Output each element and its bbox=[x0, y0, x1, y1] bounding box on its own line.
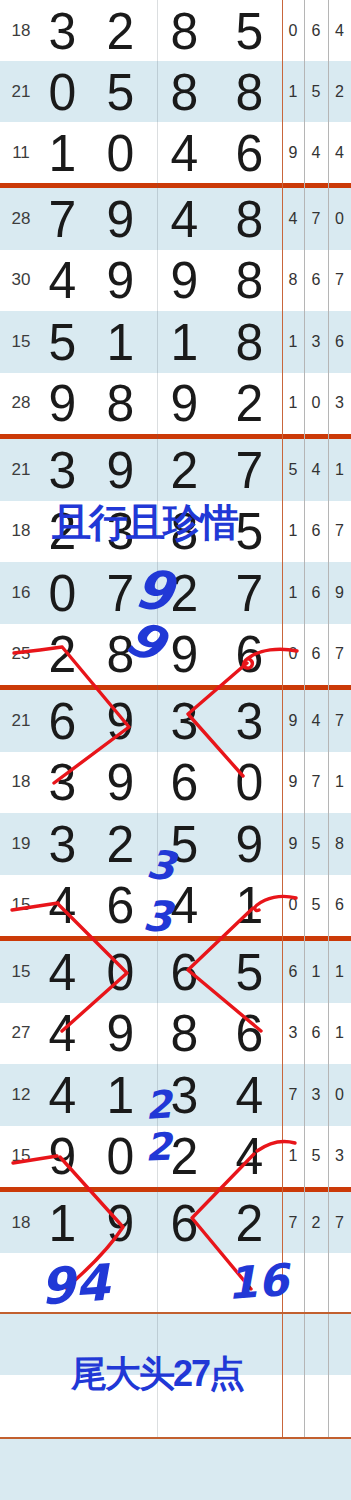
stat-cell: 6 bbox=[312, 645, 321, 663]
digit-cell: 4 bbox=[235, 1069, 263, 1121]
stat-cell: 7 bbox=[289, 1214, 298, 1232]
digit-cell: 8 bbox=[235, 254, 263, 306]
stat-cell: 2 bbox=[335, 83, 344, 101]
digit-cell: 7 bbox=[48, 193, 76, 245]
draw-row: 252896067 bbox=[0, 624, 351, 686]
stat-cell: 7 bbox=[335, 522, 344, 540]
digit-cell: 5 bbox=[235, 5, 263, 57]
draw-row: 287948470 bbox=[0, 188, 351, 250]
draw-rows-table: 1832850642105881521110469442879484703049… bbox=[0, 0, 351, 1312]
stat-cell: 4 bbox=[335, 22, 344, 40]
stat-cell: 6 bbox=[312, 271, 321, 289]
stat-cell: 4 bbox=[312, 461, 321, 479]
stat-cell: 9 bbox=[289, 144, 298, 162]
digit-cell: 9 bbox=[106, 193, 134, 245]
group-separator bbox=[0, 936, 351, 941]
draw-row: 182385167 bbox=[0, 501, 351, 563]
sum-cell: 18 bbox=[6, 21, 31, 41]
digit-cell: 2 bbox=[106, 818, 134, 870]
stat-cell: 6 bbox=[312, 22, 321, 40]
stat-cell: 7 bbox=[312, 773, 321, 791]
digit-cell: 8 bbox=[170, 1007, 198, 1059]
digit-cell: 5 bbox=[48, 316, 76, 368]
draw-row bbox=[0, 1253, 351, 1312]
draw-row: 274986361 bbox=[0, 1003, 351, 1065]
digit-cell: 1 bbox=[48, 1197, 76, 1249]
stat-cell: 0 bbox=[312, 394, 321, 412]
digit-cell: 8 bbox=[170, 66, 198, 118]
stat-cell: 1 bbox=[289, 584, 298, 602]
column-divider-orange bbox=[282, 0, 283, 1439]
digit-cell: 6 bbox=[170, 1197, 198, 1249]
digit-cell: 4 bbox=[48, 1069, 76, 1121]
stat-cell: 3 bbox=[312, 333, 321, 351]
digit-cell: 1 bbox=[235, 879, 263, 931]
sum-cell: 15 bbox=[6, 962, 31, 982]
stat-cell: 5 bbox=[289, 461, 298, 479]
digit-cell: 0 bbox=[48, 66, 76, 118]
stat-cell: 4 bbox=[312, 144, 321, 162]
stat-cell: 1 bbox=[335, 963, 344, 981]
stat-cell: 1 bbox=[289, 83, 298, 101]
digit-cell: 9 bbox=[106, 1007, 134, 1059]
stat-cell: 7 bbox=[335, 645, 344, 663]
sum-cell: 18 bbox=[6, 1213, 31, 1233]
stat-cell: 0 bbox=[335, 210, 344, 228]
digit-cell: 2 bbox=[106, 5, 134, 57]
stat-cell: 1 bbox=[289, 394, 298, 412]
digit-cell: 4 bbox=[235, 1130, 263, 1182]
group-separator bbox=[0, 183, 351, 188]
digit-cell: 2 bbox=[235, 1197, 263, 1249]
digit-cell: 9 bbox=[170, 377, 198, 429]
stat-cell: 3 bbox=[335, 1147, 344, 1165]
draw-row: 160727169 bbox=[0, 562, 351, 624]
digit-cell: 3 bbox=[48, 444, 76, 496]
draw-row: 111046944 bbox=[0, 122, 351, 183]
stat-cell: 7 bbox=[335, 271, 344, 289]
digit-cell: 0 bbox=[48, 567, 76, 619]
stat-cell: 5 bbox=[312, 83, 321, 101]
stat-cell: 5 bbox=[312, 835, 321, 853]
digit-cell: 7 bbox=[235, 444, 263, 496]
digit-cell: 2 bbox=[48, 505, 76, 557]
digit-cell: 7 bbox=[106, 567, 134, 619]
stat-cell: 1 bbox=[335, 1024, 344, 1042]
footer-separator-top bbox=[0, 1312, 351, 1314]
digit-cell: 6 bbox=[170, 946, 198, 998]
stat-cell: 6 bbox=[312, 584, 321, 602]
sum-cell: 15 bbox=[6, 895, 31, 915]
sum-cell: 28 bbox=[6, 209, 31, 229]
stat-cell: 6 bbox=[335, 333, 344, 351]
digit-cell: 2 bbox=[170, 1130, 198, 1182]
draw-row: 181962727 bbox=[0, 1192, 351, 1253]
stat-cell: 4 bbox=[289, 210, 298, 228]
digit-cell: 7 bbox=[235, 567, 263, 619]
digit-cell: 3 bbox=[235, 695, 263, 747]
digit-cell: 4 bbox=[170, 193, 198, 245]
digit-cell: 3 bbox=[48, 818, 76, 870]
draw-row: 154641056 bbox=[0, 875, 351, 937]
digit-cell: 1 bbox=[106, 316, 134, 368]
digit-cell: 3 bbox=[170, 1069, 198, 1121]
digit-cell: 5 bbox=[235, 946, 263, 998]
sum-cell: 15 bbox=[6, 332, 31, 352]
digit-cell: 8 bbox=[235, 193, 263, 245]
digit-cell: 8 bbox=[170, 505, 198, 557]
stat-cell: 4 bbox=[312, 712, 321, 730]
digit-cell: 9 bbox=[48, 377, 76, 429]
stat-cell: 5 bbox=[312, 896, 321, 914]
stat-cell: 9 bbox=[335, 584, 344, 602]
stat-cell: 3 bbox=[312, 1086, 321, 1104]
digit-cell: 9 bbox=[106, 695, 134, 747]
digit-cell: 2 bbox=[48, 628, 76, 680]
digit-cell: 6 bbox=[235, 628, 263, 680]
draw-row: 193259958 bbox=[0, 813, 351, 875]
column-divider-faint bbox=[157, 0, 158, 1439]
draw-row: 155118136 bbox=[0, 311, 351, 373]
digit-cell: 0 bbox=[106, 946, 134, 998]
stat-cell: 0 bbox=[289, 645, 298, 663]
footer-separator-bottom bbox=[0, 1437, 351, 1439]
group-separator bbox=[0, 1187, 351, 1192]
stat-cell: 9 bbox=[289, 773, 298, 791]
group-separator bbox=[0, 434, 351, 439]
draw-row: 210588152 bbox=[0, 61, 351, 122]
group-separator bbox=[0, 685, 351, 690]
sum-cell: 19 bbox=[6, 834, 31, 854]
digit-cell: 1 bbox=[170, 316, 198, 368]
digit-cell: 0 bbox=[106, 127, 134, 179]
stat-cell: 6 bbox=[335, 896, 344, 914]
stat-cell: 0 bbox=[289, 896, 298, 914]
stat-cell: 1 bbox=[289, 522, 298, 540]
digit-cell: 5 bbox=[235, 505, 263, 557]
stat-cell: 1 bbox=[335, 773, 344, 791]
sum-cell: 21 bbox=[6, 460, 31, 480]
draw-row: 213927541 bbox=[0, 439, 351, 501]
digit-cell: 8 bbox=[235, 316, 263, 368]
stat-cell: 0 bbox=[335, 1086, 344, 1104]
digit-cell: 8 bbox=[106, 377, 134, 429]
stat-cell: 6 bbox=[312, 522, 321, 540]
stat-cell: 1 bbox=[289, 333, 298, 351]
sum-cell: 16 bbox=[6, 583, 31, 603]
sum-cell: 21 bbox=[6, 711, 31, 731]
stat-cell: 1 bbox=[312, 963, 321, 981]
digit-cell: 5 bbox=[106, 66, 134, 118]
sum-cell: 15 bbox=[6, 1146, 31, 1166]
digit-cell: 1 bbox=[48, 127, 76, 179]
digit-cell: 2 bbox=[170, 444, 198, 496]
stat-cell: 6 bbox=[289, 963, 298, 981]
stat-cell: 5 bbox=[312, 1147, 321, 1165]
digit-cell: 9 bbox=[170, 254, 198, 306]
column-divider-gray-1 bbox=[304, 0, 305, 1439]
bottom-band-blue bbox=[0, 1439, 351, 1500]
sum-cell: 25 bbox=[6, 644, 31, 664]
stat-cell: 7 bbox=[289, 1086, 298, 1104]
sum-cell: 18 bbox=[6, 521, 31, 541]
column-divider-gray-2 bbox=[328, 0, 329, 1439]
draw-row: 216933947 bbox=[0, 690, 351, 752]
digit-cell: 9 bbox=[106, 756, 134, 808]
sum-cell: 27 bbox=[6, 1023, 31, 1043]
digit-cell: 4 bbox=[170, 127, 198, 179]
digit-cell: 9 bbox=[106, 1197, 134, 1249]
stat-cell: 2 bbox=[312, 1214, 321, 1232]
draw-row: 289892103 bbox=[0, 373, 351, 435]
digit-cell: 4 bbox=[48, 1007, 76, 1059]
stat-cell: 4 bbox=[335, 144, 344, 162]
sum-cell: 18 bbox=[6, 772, 31, 792]
sum-cell: 21 bbox=[6, 82, 31, 102]
sum-cell: 30 bbox=[6, 270, 31, 290]
footer-band-blue bbox=[0, 1314, 351, 1375]
stat-cell: 7 bbox=[312, 210, 321, 228]
digit-cell: 0 bbox=[106, 1130, 134, 1182]
sum-cell: 28 bbox=[6, 393, 31, 413]
stat-cell: 8 bbox=[335, 835, 344, 853]
stat-cell: 8 bbox=[289, 271, 298, 289]
digit-cell: 6 bbox=[48, 695, 76, 747]
stat-cell: 1 bbox=[289, 1147, 298, 1165]
footer-band-white bbox=[0, 1375, 351, 1437]
digit-cell: 6 bbox=[170, 756, 198, 808]
draw-row: 154065611 bbox=[0, 941, 351, 1003]
digit-cell: 6 bbox=[235, 127, 263, 179]
digit-cell: 4 bbox=[48, 946, 76, 998]
stat-cell: 7 bbox=[335, 1214, 344, 1232]
stat-cell: 7 bbox=[335, 712, 344, 730]
digit-cell: 6 bbox=[106, 879, 134, 931]
digit-cell: 8 bbox=[170, 5, 198, 57]
digit-cell: 3 bbox=[48, 756, 76, 808]
draw-row: 183285064 bbox=[0, 0, 351, 61]
sum-cell: 11 bbox=[6, 143, 30, 163]
draw-row: 159024153 bbox=[0, 1126, 351, 1188]
digit-cell: 5 bbox=[170, 818, 198, 870]
digit-cell: 9 bbox=[106, 254, 134, 306]
lottery-trend-chart: 1832850642105881521110469442879484703049… bbox=[0, 0, 351, 1500]
stat-cell: 9 bbox=[289, 835, 298, 853]
digit-cell: 9 bbox=[170, 628, 198, 680]
draw-row: 124134730 bbox=[0, 1064, 351, 1126]
digit-cell: 9 bbox=[235, 818, 263, 870]
digit-cell: 9 bbox=[106, 444, 134, 496]
digit-cell: 8 bbox=[106, 628, 134, 680]
stat-cell: 1 bbox=[335, 461, 344, 479]
draw-row: 304998867 bbox=[0, 250, 351, 312]
stat-cell: 9 bbox=[289, 712, 298, 730]
sum-cell: 12 bbox=[6, 1085, 31, 1105]
stat-cell: 3 bbox=[335, 394, 344, 412]
digit-cell: 6 bbox=[235, 1007, 263, 1059]
digit-cell: 1 bbox=[106, 1069, 134, 1121]
digit-cell: 9 bbox=[48, 1130, 76, 1182]
draw-row: 183960971 bbox=[0, 752, 351, 814]
digit-cell: 0 bbox=[235, 756, 263, 808]
digit-cell: 4 bbox=[48, 879, 76, 931]
digit-cell: 4 bbox=[170, 879, 198, 931]
digit-cell: 3 bbox=[106, 505, 134, 557]
digit-cell: 2 bbox=[170, 567, 198, 619]
stat-cell: 3 bbox=[289, 1024, 298, 1042]
stat-cell: 6 bbox=[312, 1024, 321, 1042]
digit-cell: 4 bbox=[48, 254, 76, 306]
digit-cell: 3 bbox=[48, 5, 76, 57]
digit-cell: 3 bbox=[170, 695, 198, 747]
digit-cell: 8 bbox=[235, 66, 263, 118]
digit-cell: 2 bbox=[235, 377, 263, 429]
stat-cell: 0 bbox=[289, 22, 298, 40]
